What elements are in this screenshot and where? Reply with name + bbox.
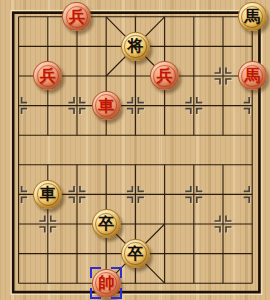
board-point[interactable] [208, 32, 237, 62]
board-point[interactable]: 馬 [238, 2, 267, 32]
board-point[interactable] [4, 120, 33, 150]
board-point[interactable]: 兵 [33, 61, 62, 91]
board-point[interactable] [92, 61, 121, 91]
board-point[interactable] [208, 2, 237, 32]
board-point[interactable] [208, 150, 237, 180]
board-point[interactable] [179, 239, 208, 269]
board-point[interactable] [33, 32, 62, 62]
board-point[interactable] [4, 180, 33, 210]
board-point[interactable] [33, 150, 62, 180]
board-point[interactable] [92, 2, 121, 32]
board-point[interactable] [92, 239, 121, 269]
black-chariot[interactable]: 車 [33, 180, 62, 209]
board-point[interactable] [179, 61, 208, 91]
board-point[interactable] [92, 120, 121, 150]
board-point[interactable]: 将 [121, 32, 150, 62]
board-point[interactable] [33, 209, 62, 239]
board-point[interactable] [150, 2, 179, 32]
board-point[interactable] [62, 180, 91, 210]
board-point[interactable] [150, 91, 179, 121]
board-point[interactable] [33, 239, 62, 269]
board-point[interactable] [121, 268, 150, 298]
board-point[interactable] [150, 180, 179, 210]
board-point[interactable] [121, 61, 150, 91]
board-point[interactable] [179, 150, 208, 180]
board-point[interactable] [208, 239, 237, 269]
board-point[interactable]: 卒 [121, 239, 150, 269]
board-point[interactable] [179, 268, 208, 298]
board-point[interactable]: 兵 [150, 61, 179, 91]
board-point[interactable] [62, 268, 91, 298]
board-point[interactable] [179, 2, 208, 32]
board-point[interactable] [62, 61, 91, 91]
black-horse[interactable]: 馬 [238, 2, 267, 31]
board-point[interactable] [238, 32, 267, 62]
board-point[interactable] [33, 120, 62, 150]
board-point[interactable] [121, 2, 150, 32]
board-point[interactable] [208, 91, 237, 121]
xiangqi-app: 兵馬将兵兵馬車車卒卒帥 [0, 0, 270, 300]
board-point[interactable] [150, 32, 179, 62]
red-horse[interactable]: 馬 [238, 61, 267, 90]
black-soldier-2[interactable]: 卒 [121, 239, 150, 268]
red-chariot[interactable]: 車 [92, 91, 121, 120]
board-point[interactable] [121, 150, 150, 180]
board-point[interactable] [4, 91, 33, 121]
board-point[interactable] [179, 180, 208, 210]
board-point[interactable] [238, 91, 267, 121]
board-point[interactable] [4, 150, 33, 180]
board-point[interactable] [208, 61, 237, 91]
board-point[interactable] [150, 209, 179, 239]
board-point[interactable] [92, 32, 121, 62]
board-point[interactable]: 車 [92, 91, 121, 121]
board-point[interactable] [4, 268, 33, 298]
board-point[interactable] [121, 180, 150, 210]
board-point[interactable]: 帥 [92, 268, 121, 298]
red-soldier-3[interactable]: 兵 [150, 61, 179, 90]
board-point[interactable] [208, 268, 237, 298]
board-point[interactable] [238, 120, 267, 150]
board-point[interactable] [238, 180, 267, 210]
board-point[interactable] [208, 209, 237, 239]
board-point[interactable] [121, 209, 150, 239]
board-point[interactable] [150, 150, 179, 180]
xiangqi-board: 兵馬将兵兵馬車車卒卒帥 [0, 0, 270, 300]
board-point[interactable] [33, 268, 62, 298]
black-general[interactable]: 将 [121, 32, 150, 61]
board-point[interactable] [4, 32, 33, 62]
board-point[interactable] [208, 120, 237, 150]
board-point[interactable] [121, 120, 150, 150]
board-point[interactable] [92, 180, 121, 210]
board-point[interactable] [33, 91, 62, 121]
red-soldier-2[interactable]: 兵 [33, 61, 62, 90]
board-point[interactable] [62, 91, 91, 121]
board-point[interactable] [62, 209, 91, 239]
board-point[interactable]: 車 [33, 180, 62, 210]
board-point[interactable] [208, 180, 237, 210]
board-point[interactable] [33, 2, 62, 32]
board-point[interactable] [4, 209, 33, 239]
board-point[interactable] [121, 91, 150, 121]
board-point[interactable] [179, 120, 208, 150]
board-point[interactable] [4, 239, 33, 269]
board-point[interactable] [150, 120, 179, 150]
board-point[interactable] [238, 268, 267, 298]
red-general[interactable]: 帥 [92, 269, 121, 298]
board-point[interactable] [62, 239, 91, 269]
board-point[interactable] [92, 150, 121, 180]
board-point[interactable] [238, 209, 267, 239]
board-point[interactable] [238, 150, 267, 180]
board-point[interactable] [62, 120, 91, 150]
board-point[interactable] [238, 239, 267, 269]
red-soldier-1[interactable]: 兵 [62, 2, 91, 31]
board-point[interactable]: 兵 [62, 2, 91, 32]
board-point[interactable] [62, 32, 91, 62]
board-point[interactable] [179, 91, 208, 121]
board-point[interactable] [4, 2, 33, 32]
board-points-grid: 兵馬将兵兵馬車車卒卒帥 [4, 2, 267, 298]
board-point[interactable] [150, 268, 179, 298]
board-point[interactable] [179, 209, 208, 239]
board-point[interactable] [4, 61, 33, 91]
board-point[interactable] [179, 32, 208, 62]
black-soldier-1[interactable]: 卒 [92, 209, 121, 238]
board-point[interactable]: 卒 [92, 209, 121, 239]
board-point[interactable] [150, 239, 179, 269]
board-point[interactable] [62, 150, 91, 180]
board-point[interactable]: 馬 [238, 61, 267, 91]
